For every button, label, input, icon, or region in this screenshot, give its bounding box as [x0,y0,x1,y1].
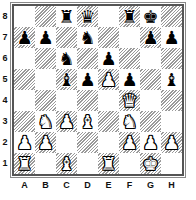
square-h5: ♝ [161,69,182,90]
black-pawn-piece: ♟ [100,48,116,69]
black-pawn-piece: ♟ [79,69,95,90]
white-pawn-piece: ♟ [163,132,179,153]
white-pawn-piece: ♟ [100,69,116,90]
square-c2 [56,132,77,153]
square-d6 [77,48,98,69]
black-bishop-piece: ♝ [58,69,74,90]
square-e5: ♟ [98,69,119,90]
black-pawn-piece: ♟ [163,27,179,48]
white-pawn-piece: ♟ [142,132,158,153]
square-d5: ♟ [77,69,98,90]
square-d2 [77,132,98,153]
black-knight-piece: ♞ [58,48,74,69]
file-label-h: H [161,180,182,190]
square-d8: ♛ [77,6,98,27]
black-rook-piece: ♜ [58,6,74,27]
square-b6 [35,48,56,69]
board-frame: ♜♛♜♚♟♟♞♟♟♞♟♝♟♟♟♝♛♞♟♝♞♟♟♟♟♟♜♝♜♚ [10,2,186,178]
white-pawn-piece: ♟ [58,111,74,132]
square-g5 [140,69,161,90]
square-f1 [119,153,140,174]
file-label-c: C [56,180,77,190]
black-bishop-piece: ♝ [163,69,179,90]
white-king-piece: ♚ [142,153,158,174]
square-a6 [14,48,35,69]
square-g4 [140,90,161,111]
rank-labels: 87654321 [0,2,10,174]
rank-label-4: 4 [0,90,10,111]
square-f6 [119,48,140,69]
square-e2 [98,132,119,153]
rank-label-2: 2 [0,132,10,153]
square-b3: ♞ [35,111,56,132]
square-f8: ♜ [119,6,140,27]
square-b1 [35,153,56,174]
white-rook-piece: ♜ [100,153,116,174]
square-c3: ♟ [56,111,77,132]
square-c4 [56,90,77,111]
square-d1 [77,153,98,174]
black-pawn-piece: ♟ [37,27,53,48]
file-labels: ABCDEFGH [14,180,196,190]
black-pawn-piece: ♟ [16,27,32,48]
black-knight-piece: ♞ [79,27,95,48]
square-f7 [119,27,140,48]
square-h7: ♟ [161,27,182,48]
square-g1: ♚ [140,153,161,174]
square-a5 [14,69,35,90]
square-d7: ♞ [77,27,98,48]
square-a1: ♜ [14,153,35,174]
square-f3: ♞ [119,111,140,132]
black-pawn-piece: ♟ [121,69,137,90]
square-h6 [161,48,182,69]
rank-label-8: 8 [0,6,10,27]
rank-label-5: 5 [0,69,10,90]
square-f5: ♟ [119,69,140,90]
square-e4 [98,90,119,111]
white-queen-piece: ♛ [121,90,137,111]
file-label-g: G [140,180,161,190]
white-knight-piece: ♞ [121,111,137,132]
square-g3 [140,111,161,132]
square-e1: ♜ [98,153,119,174]
square-c8: ♜ [56,6,77,27]
square-f4: ♛ [119,90,140,111]
square-c1: ♝ [56,153,77,174]
chess-diagram: 87654321 ♜♛♜♚♟♟♞♟♟♞♟♝♟♟♟♝♛♞♟♝♞♟♟♟♟♟♜♝♜♚ … [0,0,196,200]
black-pawn-piece: ♟ [142,27,158,48]
square-e7 [98,27,119,48]
square-d3: ♝ [77,111,98,132]
black-king-piece: ♚ [142,6,158,27]
white-pawn-piece: ♟ [121,132,137,153]
file-label-d: D [77,180,98,190]
square-h8 [161,6,182,27]
square-d4 [77,90,98,111]
square-g8: ♚ [140,6,161,27]
square-c7 [56,27,77,48]
square-b7: ♟ [35,27,56,48]
white-knight-piece: ♞ [37,111,53,132]
chess-board: ♜♛♜♚♟♟♞♟♟♞♟♝♟♟♟♝♛♞♟♝♞♟♟♟♟♟♜♝♜♚ [12,4,184,176]
file-label-b: B [35,180,56,190]
square-b5 [35,69,56,90]
square-h3 [161,111,182,132]
rank-label-7: 7 [0,27,10,48]
square-e8 [98,6,119,27]
square-h2: ♟ [161,132,182,153]
square-h1 [161,153,182,174]
white-pawn-piece: ♟ [16,132,32,153]
square-e6: ♟ [98,48,119,69]
square-c6: ♞ [56,48,77,69]
square-c5: ♝ [56,69,77,90]
rank-label-1: 1 [0,153,10,174]
file-label-e: E [98,180,119,190]
square-e3 [98,111,119,132]
black-rook-piece: ♜ [121,6,137,27]
square-a4 [14,90,35,111]
white-rook-piece: ♜ [16,153,32,174]
square-a8 [14,6,35,27]
square-g2: ♟ [140,132,161,153]
white-bishop-piece: ♝ [58,153,74,174]
rank-label-6: 6 [0,48,10,69]
square-h4 [161,90,182,111]
rank-label-3: 3 [0,111,10,132]
square-b8 [35,6,56,27]
square-f2: ♟ [119,132,140,153]
square-a2: ♟ [14,132,35,153]
file-label-a: A [14,180,35,190]
square-g7: ♟ [140,27,161,48]
white-bishop-piece: ♝ [79,111,95,132]
black-queen-piece: ♛ [79,6,95,27]
square-g6 [140,48,161,69]
square-b4 [35,90,56,111]
file-label-f: F [119,180,140,190]
square-b2: ♟ [35,132,56,153]
square-a7: ♟ [14,27,35,48]
square-a3 [14,111,35,132]
white-pawn-piece: ♟ [37,132,53,153]
